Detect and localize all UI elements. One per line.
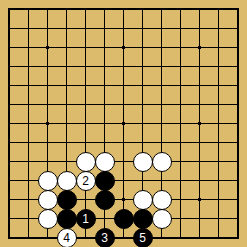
grid-line-vertical bbox=[85, 57, 86, 76]
grid-line-vertical bbox=[28, 171, 29, 190]
intersection-4-4 bbox=[76, 76, 95, 95]
grid-line-vertical bbox=[104, 38, 105, 57]
grid-line-vertical bbox=[180, 19, 181, 38]
white-stone bbox=[38, 209, 58, 229]
intersection-6-2 bbox=[114, 38, 133, 57]
intersection-11-4 bbox=[209, 76, 228, 95]
intersection-6-10 bbox=[114, 190, 133, 209]
grid-line-vertical bbox=[142, 19, 143, 38]
intersection-9-1 bbox=[171, 19, 190, 38]
grid-line-vertical bbox=[161, 171, 162, 190]
hoshi-point bbox=[122, 198, 125, 201]
intersection-3-2 bbox=[57, 38, 76, 57]
intersection-11-0 bbox=[209, 0, 228, 19]
intersection-3-5 bbox=[57, 95, 76, 114]
intersection-12-2 bbox=[228, 38, 247, 57]
intersection-0-2 bbox=[0, 38, 19, 57]
grid-line-vertical bbox=[142, 57, 143, 76]
grid-line-vertical bbox=[123, 171, 124, 190]
intersection-0-9 bbox=[0, 171, 19, 190]
intersection-3-3 bbox=[57, 57, 76, 76]
intersection-4-2 bbox=[76, 38, 95, 57]
grid-line-vertical bbox=[218, 76, 219, 95]
grid-line-vertical bbox=[9, 114, 10, 133]
grid-line-horizontal bbox=[9, 9, 19, 10]
intersection-8-9 bbox=[152, 171, 171, 190]
grid-line-vertical bbox=[218, 19, 219, 38]
grid-line-vertical bbox=[9, 171, 10, 190]
grid-line-horizontal bbox=[9, 180, 19, 181]
grid-line-vertical bbox=[237, 19, 238, 38]
grid-line-vertical bbox=[180, 190, 181, 209]
intersection-12-10 bbox=[228, 190, 247, 209]
intersection-11-2 bbox=[209, 38, 228, 57]
grid-line-vertical bbox=[161, 38, 162, 57]
grid-line-vertical bbox=[199, 57, 200, 76]
intersection-11-6 bbox=[209, 114, 228, 133]
intersection-6-4 bbox=[114, 76, 133, 95]
intersection-10-10 bbox=[190, 190, 209, 209]
grid-line-vertical bbox=[28, 95, 29, 114]
grid-line-vertical bbox=[9, 228, 10, 238]
intersection-11-3 bbox=[209, 57, 228, 76]
intersection-5-7 bbox=[95, 133, 114, 152]
grid-line-vertical bbox=[47, 95, 48, 114]
intersection-12-12 bbox=[228, 228, 247, 247]
intersection-7-7 bbox=[133, 133, 152, 152]
hoshi-point bbox=[46, 122, 49, 125]
go-board-diagram: 21435 bbox=[0, 0, 247, 247]
intersection-6-12 bbox=[114, 228, 133, 247]
intersection-8-6 bbox=[152, 114, 171, 133]
grid-line-vertical bbox=[47, 19, 48, 38]
grid-line-vertical bbox=[237, 76, 238, 95]
grid-line-vertical bbox=[28, 209, 29, 228]
grid-line-vertical bbox=[28, 190, 29, 209]
intersection-5-1 bbox=[95, 19, 114, 38]
intersection-0-12 bbox=[0, 228, 19, 247]
intersection-1-11 bbox=[19, 209, 38, 228]
grid-line-vertical bbox=[142, 9, 143, 19]
grid-line-horizontal bbox=[9, 104, 19, 105]
intersection-10-6 bbox=[190, 114, 209, 133]
grid-line-vertical bbox=[123, 57, 124, 76]
intersection-12-4 bbox=[228, 76, 247, 95]
grid-line-vertical bbox=[161, 228, 162, 238]
grid-line-vertical bbox=[66, 57, 67, 76]
intersection-8-10 bbox=[152, 190, 171, 209]
white-stone bbox=[152, 152, 172, 172]
intersection-4-6 bbox=[76, 114, 95, 133]
grid-line-vertical bbox=[123, 95, 124, 114]
intersection-0-7 bbox=[0, 133, 19, 152]
grid-line-vertical bbox=[199, 9, 200, 19]
grid-line-vertical bbox=[237, 209, 238, 228]
grid-line-vertical bbox=[66, 152, 67, 171]
grid-line-vertical bbox=[28, 57, 29, 76]
intersection-7-11 bbox=[133, 209, 152, 228]
intersection-3-9 bbox=[57, 171, 76, 190]
intersection-0-4 bbox=[0, 76, 19, 95]
grid-line-vertical bbox=[180, 133, 181, 152]
grid-line-vertical bbox=[237, 95, 238, 114]
grid-line-vertical bbox=[66, 95, 67, 114]
grid-line-vertical bbox=[9, 133, 10, 152]
grid-line-vertical bbox=[161, 95, 162, 114]
grid-line-vertical bbox=[66, 9, 67, 19]
black-stone bbox=[95, 171, 115, 191]
grid-line-vertical bbox=[161, 76, 162, 95]
grid-line-horizontal bbox=[9, 123, 19, 124]
black-stone bbox=[133, 209, 153, 229]
black-stone-move-1: 1 bbox=[76, 209, 96, 229]
grid-line-vertical bbox=[9, 9, 10, 19]
intersection-11-8 bbox=[209, 152, 228, 171]
grid-line-vertical bbox=[123, 9, 124, 19]
grid-line-vertical bbox=[9, 76, 10, 95]
intersection-1-1 bbox=[19, 19, 38, 38]
grid-line-vertical bbox=[28, 152, 29, 171]
intersection-4-8 bbox=[76, 152, 95, 171]
grid-line-horizontal bbox=[9, 28, 19, 29]
intersection-1-5 bbox=[19, 95, 38, 114]
intersection-4-1 bbox=[76, 19, 95, 38]
white-stone bbox=[133, 190, 153, 210]
grid-line-vertical bbox=[180, 38, 181, 57]
intersection-7-6 bbox=[133, 114, 152, 133]
intersection-8-8 bbox=[152, 152, 171, 171]
intersection-8-2 bbox=[152, 38, 171, 57]
intersection-11-5 bbox=[209, 95, 228, 114]
intersection-9-3 bbox=[171, 57, 190, 76]
grid-line-vertical bbox=[85, 38, 86, 57]
white-stone bbox=[76, 152, 96, 172]
intersection-10-9 bbox=[190, 171, 209, 190]
white-stone bbox=[57, 171, 77, 191]
intersection-2-2 bbox=[38, 38, 57, 57]
grid-line-vertical bbox=[66, 38, 67, 57]
intersection-5-12: 3 bbox=[95, 228, 114, 247]
hoshi-point bbox=[198, 198, 201, 201]
grid-line-vertical bbox=[104, 76, 105, 95]
hoshi-point bbox=[122, 46, 125, 49]
intersection-11-11 bbox=[209, 209, 228, 228]
intersection-10-2 bbox=[190, 38, 209, 57]
grid-line-vertical bbox=[47, 57, 48, 76]
grid-line-vertical bbox=[142, 114, 143, 133]
intersection-2-6 bbox=[38, 114, 57, 133]
intersection-8-7 bbox=[152, 133, 171, 152]
grid-line-vertical bbox=[142, 171, 143, 190]
intersection-6-5 bbox=[114, 95, 133, 114]
intersection-9-10 bbox=[171, 190, 190, 209]
grid-line-vertical bbox=[218, 190, 219, 209]
intersection-1-12 bbox=[19, 228, 38, 247]
grid-line-horizontal bbox=[9, 161, 19, 162]
grid-line-vertical bbox=[218, 57, 219, 76]
grid-line-vertical bbox=[218, 171, 219, 190]
intersection-10-12 bbox=[190, 228, 209, 247]
grid-line-vertical bbox=[66, 19, 67, 38]
grid-line-horizontal bbox=[9, 47, 19, 48]
intersection-2-3 bbox=[38, 57, 57, 76]
intersection-5-6 bbox=[95, 114, 114, 133]
intersection-7-12: 5 bbox=[133, 228, 152, 247]
grid-line-vertical bbox=[9, 95, 10, 114]
grid-line-vertical bbox=[180, 114, 181, 133]
intersection-2-10 bbox=[38, 190, 57, 209]
intersection-8-0 bbox=[152, 0, 171, 19]
white-stone bbox=[133, 152, 153, 172]
intersection-10-0 bbox=[190, 0, 209, 19]
grid-line-vertical bbox=[9, 19, 10, 38]
intersection-12-6 bbox=[228, 114, 247, 133]
intersection-12-9 bbox=[228, 171, 247, 190]
intersection-0-6 bbox=[0, 114, 19, 133]
intersection-1-2 bbox=[19, 38, 38, 57]
grid-line-vertical bbox=[218, 133, 219, 152]
grid-line-vertical bbox=[142, 133, 143, 152]
intersection-7-5 bbox=[133, 95, 152, 114]
move-number: 4 bbox=[63, 232, 70, 244]
intersection-8-1 bbox=[152, 19, 171, 38]
grid-line-vertical bbox=[161, 9, 162, 19]
intersection-12-5 bbox=[228, 95, 247, 114]
intersection-12-7 bbox=[228, 133, 247, 152]
intersection-8-12 bbox=[152, 228, 171, 247]
intersection-2-5 bbox=[38, 95, 57, 114]
intersection-12-8 bbox=[228, 152, 247, 171]
intersection-9-0 bbox=[171, 0, 190, 19]
intersection-5-5 bbox=[95, 95, 114, 114]
grid-line-vertical bbox=[180, 152, 181, 171]
intersection-4-0 bbox=[76, 0, 95, 19]
grid-line-vertical bbox=[123, 228, 124, 238]
grid-line-vertical bbox=[237, 57, 238, 76]
intersection-2-4 bbox=[38, 76, 57, 95]
grid-line-vertical bbox=[199, 228, 200, 238]
intersection-12-1 bbox=[228, 19, 247, 38]
black-stone bbox=[95, 190, 115, 210]
grid-line-vertical bbox=[237, 38, 238, 57]
grid-line-vertical bbox=[104, 95, 105, 114]
grid-line-vertical bbox=[161, 133, 162, 152]
grid-line-vertical bbox=[180, 95, 181, 114]
intersection-4-12 bbox=[76, 228, 95, 247]
intersection-7-0 bbox=[133, 0, 152, 19]
intersection-5-2 bbox=[95, 38, 114, 57]
intersection-2-11 bbox=[38, 209, 57, 228]
grid-line-vertical bbox=[180, 57, 181, 76]
intersection-0-8 bbox=[0, 152, 19, 171]
intersection-11-9 bbox=[209, 171, 228, 190]
grid-line-vertical bbox=[180, 171, 181, 190]
intersection-7-3 bbox=[133, 57, 152, 76]
grid-line-vertical bbox=[218, 114, 219, 133]
intersection-3-7 bbox=[57, 133, 76, 152]
grid-line-vertical bbox=[218, 228, 219, 238]
grid-line-vertical bbox=[85, 133, 86, 152]
grid-line-vertical bbox=[47, 133, 48, 152]
intersection-4-5 bbox=[76, 95, 95, 114]
intersection-5-11 bbox=[95, 209, 114, 228]
grid-line-vertical bbox=[142, 76, 143, 95]
grid-line-vertical bbox=[199, 171, 200, 190]
grid-line-vertical bbox=[180, 228, 181, 238]
grid-line-vertical bbox=[161, 19, 162, 38]
go-board: 21435 bbox=[0, 0, 247, 247]
intersection-5-9 bbox=[95, 171, 114, 190]
black-stone bbox=[57, 190, 77, 210]
intersection-1-10 bbox=[19, 190, 38, 209]
hoshi-point bbox=[198, 122, 201, 125]
grid-line-vertical bbox=[180, 76, 181, 95]
intersection-11-10 bbox=[209, 190, 228, 209]
grid-line-vertical bbox=[218, 38, 219, 57]
intersection-10-7 bbox=[190, 133, 209, 152]
intersection-3-8 bbox=[57, 152, 76, 171]
intersection-2-8 bbox=[38, 152, 57, 171]
grid-line-vertical bbox=[9, 38, 10, 57]
intersection-9-7 bbox=[171, 133, 190, 152]
intersection-1-9 bbox=[19, 171, 38, 190]
grid-line-vertical bbox=[28, 76, 29, 95]
grid-line-vertical bbox=[85, 76, 86, 95]
intersection-12-0 bbox=[228, 0, 247, 19]
intersection-9-6 bbox=[171, 114, 190, 133]
grid-line-horizontal bbox=[9, 199, 19, 200]
intersection-12-11 bbox=[228, 209, 247, 228]
intersection-10-1 bbox=[190, 19, 209, 38]
intersection-10-3 bbox=[190, 57, 209, 76]
grid-line-vertical bbox=[237, 152, 238, 171]
grid-line-vertical bbox=[47, 9, 48, 19]
grid-line-vertical bbox=[199, 152, 200, 171]
intersection-6-1 bbox=[114, 19, 133, 38]
intersection-4-11: 1 bbox=[76, 209, 95, 228]
grid-line-vertical bbox=[85, 190, 86, 209]
grid-line-vertical bbox=[47, 152, 48, 171]
grid-line-vertical bbox=[85, 228, 86, 238]
intersection-0-11 bbox=[0, 209, 19, 228]
grid-line-vertical bbox=[47, 76, 48, 95]
grid-line-vertical bbox=[237, 114, 238, 133]
intersection-1-3 bbox=[19, 57, 38, 76]
grid-line-vertical bbox=[9, 190, 10, 209]
grid-line-vertical bbox=[66, 76, 67, 95]
intersection-5-10 bbox=[95, 190, 114, 209]
move-number: 5 bbox=[139, 232, 146, 244]
grid-line-vertical bbox=[237, 9, 238, 19]
intersection-9-2 bbox=[171, 38, 190, 57]
intersection-1-6 bbox=[19, 114, 38, 133]
intersection-0-5 bbox=[0, 95, 19, 114]
grid-line-vertical bbox=[237, 228, 238, 238]
intersection-8-5 bbox=[152, 95, 171, 114]
white-stone bbox=[152, 209, 172, 229]
grid-line-vertical bbox=[85, 114, 86, 133]
grid-line-vertical bbox=[161, 57, 162, 76]
white-stone bbox=[38, 190, 58, 210]
white-stone bbox=[38, 171, 58, 191]
grid-line-vertical bbox=[104, 114, 105, 133]
intersection-8-11 bbox=[152, 209, 171, 228]
intersection-5-4 bbox=[95, 76, 114, 95]
grid-line-vertical bbox=[218, 9, 219, 19]
intersection-8-3 bbox=[152, 57, 171, 76]
grid-line-vertical bbox=[199, 133, 200, 152]
intersection-5-0 bbox=[95, 0, 114, 19]
intersection-0-10 bbox=[0, 190, 19, 209]
intersection-4-10 bbox=[76, 190, 95, 209]
black-stone bbox=[114, 209, 134, 229]
intersection-1-8 bbox=[19, 152, 38, 171]
grid-line-vertical bbox=[104, 209, 105, 228]
grid-line-vertical bbox=[28, 133, 29, 152]
intersection-1-0 bbox=[19, 0, 38, 19]
intersection-9-9 bbox=[171, 171, 190, 190]
white-stone-move-4: 4 bbox=[57, 228, 77, 247]
intersection-4-3 bbox=[76, 57, 95, 76]
hoshi-point bbox=[198, 46, 201, 49]
intersection-7-4 bbox=[133, 76, 152, 95]
grid-line-vertical bbox=[123, 76, 124, 95]
move-number: 1 bbox=[82, 213, 89, 225]
hoshi-point bbox=[122, 122, 125, 125]
grid-line-vertical bbox=[237, 190, 238, 209]
intersection-1-4 bbox=[19, 76, 38, 95]
white-stone bbox=[95, 152, 115, 172]
grid-line-vertical bbox=[9, 209, 10, 228]
intersection-0-0 bbox=[0, 0, 19, 19]
intersection-9-8 bbox=[171, 152, 190, 171]
grid-line-vertical bbox=[199, 209, 200, 228]
intersection-9-11 bbox=[171, 209, 190, 228]
intersection-2-0 bbox=[38, 0, 57, 19]
grid-line-horizontal bbox=[9, 218, 19, 219]
intersection-5-3 bbox=[95, 57, 114, 76]
intersection-11-7 bbox=[209, 133, 228, 152]
intersection-9-5 bbox=[171, 95, 190, 114]
grid-line-vertical bbox=[85, 95, 86, 114]
grid-line-vertical bbox=[104, 133, 105, 152]
grid-line-vertical bbox=[85, 19, 86, 38]
grid-line-vertical bbox=[218, 152, 219, 171]
intersection-11-1 bbox=[209, 19, 228, 38]
intersection-2-12 bbox=[38, 228, 57, 247]
grid-line-vertical bbox=[9, 57, 10, 76]
intersection-4-7 bbox=[76, 133, 95, 152]
grid-line-horizontal bbox=[9, 85, 19, 86]
grid-line-vertical bbox=[28, 9, 29, 19]
hoshi-point bbox=[46, 46, 49, 49]
grid-line-vertical bbox=[142, 95, 143, 114]
grid-line-vertical bbox=[123, 19, 124, 38]
intersection-6-11 bbox=[114, 209, 133, 228]
move-number: 3 bbox=[101, 232, 108, 244]
move-number: 2 bbox=[82, 175, 89, 187]
grid-line-vertical bbox=[199, 76, 200, 95]
grid-line-horizontal bbox=[9, 237, 19, 238]
intersection-3-11 bbox=[57, 209, 76, 228]
grid-line-vertical bbox=[66, 133, 67, 152]
grid-line-vertical bbox=[180, 9, 181, 19]
grid-line-vertical bbox=[104, 9, 105, 19]
white-stone-move-2: 2 bbox=[76, 171, 96, 191]
intersection-3-0 bbox=[57, 0, 76, 19]
intersection-3-10 bbox=[57, 190, 76, 209]
intersection-7-9 bbox=[133, 171, 152, 190]
